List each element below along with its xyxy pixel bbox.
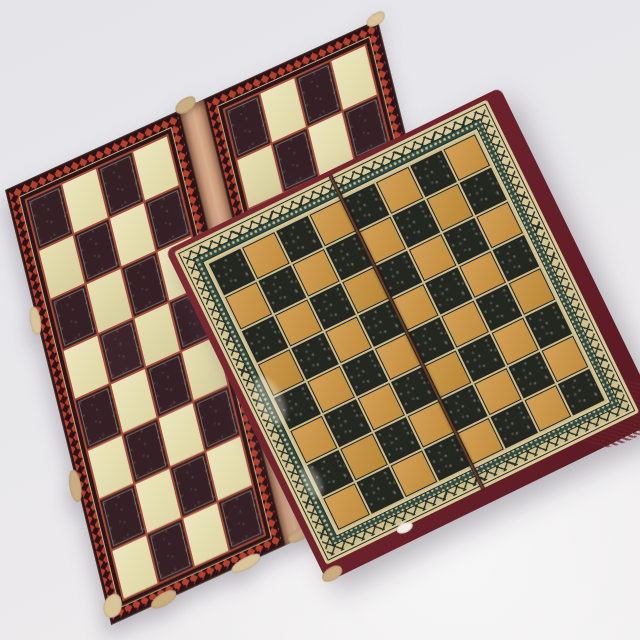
photo-background (0, 0, 640, 640)
